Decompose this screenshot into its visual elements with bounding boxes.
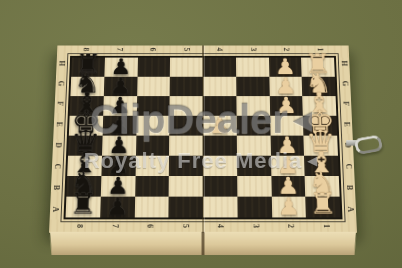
square-h3[interactable]	[236, 58, 269, 77]
square-a5[interactable]	[169, 197, 203, 218]
black-pawn-a7[interactable]: ♟	[106, 195, 129, 219]
fold-gap	[201, 232, 205, 255]
square-b4[interactable]	[203, 176, 237, 197]
square-b5[interactable]	[169, 176, 203, 197]
chess-photo-scene: 87654321 87654321 HGFEDCBA HGFEDCBA ♜♟♟♜…	[0, 0, 402, 268]
watermark-subtitle-text: Royalty Free Media	[84, 148, 303, 173]
square-g3[interactable]	[236, 77, 269, 96]
square-g6[interactable]	[137, 77, 170, 96]
square-a4[interactable]	[203, 197, 237, 218]
clipdealer-arrow-icon: ◀	[293, 105, 312, 134]
white-pawn-a2[interactable]: ♟	[277, 195, 300, 219]
white-rook-a1[interactable]: ♜	[309, 189, 337, 218]
square-a6[interactable]	[134, 197, 169, 218]
square-a2[interactable]: ♟	[271, 197, 306, 218]
square-h4[interactable]	[203, 58, 236, 77]
square-a1[interactable]: ♜	[305, 197, 340, 218]
square-g5[interactable]	[170, 77, 203, 96]
square-a7[interactable]: ♟	[100, 197, 135, 218]
watermark-title: ClipDealer◀	[0, 97, 402, 142]
square-a3[interactable]	[237, 197, 272, 218]
square-h6[interactable]	[137, 58, 170, 77]
clipdealer-arrow-small-icon: ◀	[307, 153, 318, 168]
square-b3[interactable]	[237, 176, 271, 197]
watermark-subtitle: Royalty Free Media◀	[0, 148, 402, 174]
square-h5[interactable]	[170, 58, 203, 77]
square-a8[interactable]: ♜	[66, 197, 101, 218]
square-b6[interactable]	[135, 176, 169, 197]
watermark-title-text: ClipDealer	[90, 97, 288, 141]
black-rook-a8[interactable]: ♜	[69, 189, 97, 218]
board-side-edge	[49, 232, 357, 255]
square-g4[interactable]	[203, 77, 236, 96]
